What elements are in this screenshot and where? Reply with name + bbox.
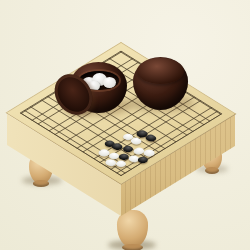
closed-bowl-lid bbox=[137, 58, 184, 84]
white-stones-in-bowl bbox=[103, 77, 116, 88]
go-board-product-photo bbox=[0, 0, 250, 250]
